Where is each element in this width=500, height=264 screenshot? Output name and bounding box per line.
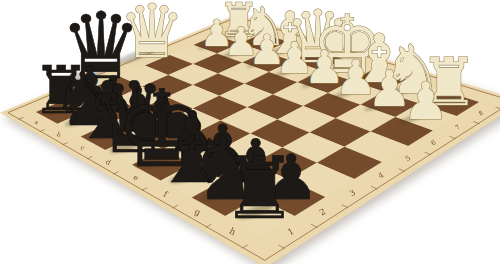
chess-set-photo: abcdefgh12345678 ♜♞♟♝♟♛♛♟♚♟♛♝♟♞♟♟♜♟♟♜♟♟♞… [0,0,500,264]
piece-white-pawn-h7[interactable]: ♟ [403,71,449,131]
piece-black-rook-h1[interactable]: ♜ [221,138,298,238]
chess-board: abcdefgh12345678 ♜♞♟♝♟♛♛♟♚♟♛♝♟♞♟♟♜♟♟♜♟♟♞… [0,0,500,264]
pieces-layer: ♜♞♟♝♟♛♛♟♚♟♛♝♟♞♟♟♜♟♟♜♟♟♞♟♝♟♛♟♚♟♝♟♞♜ [32,0,479,238]
